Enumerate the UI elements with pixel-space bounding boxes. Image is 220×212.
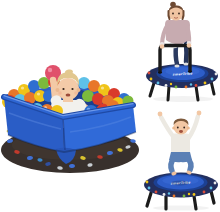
- rim-dot: [190, 83, 192, 85]
- rim-dot: [163, 193, 166, 196]
- floor-shadow: [153, 96, 213, 102]
- floor-shadow: [153, 205, 209, 210]
- rim-dot: [215, 73, 218, 76]
- boy-leg: [187, 158, 191, 170]
- toddler-eye: [71, 88, 73, 90]
- girl-hand: [187, 43, 192, 48]
- ball-highlight: [101, 86, 104, 89]
- boy-ear: [172, 126, 175, 129]
- rim-dot: [214, 182, 217, 185]
- girl-hair-side: [168, 11, 169, 19]
- rim-dot: [210, 187, 213, 190]
- handlebar-base: [188, 70, 192, 72]
- boy-hand: [197, 111, 202, 116]
- trampoline-leg: [147, 193, 151, 206]
- rim-dot: [150, 78, 153, 81]
- boy-ear: [187, 126, 190, 129]
- rim-dot: [175, 86, 178, 89]
- toddler-hand: [50, 77, 56, 83]
- ball-highlight: [48, 68, 52, 72]
- toddler-cheek: [58, 91, 62, 95]
- rim-dot: [165, 84, 168, 87]
- rim-dot: [203, 191, 206, 194]
- trampoline-leg: [168, 86, 169, 100]
- rim-dot: [185, 86, 188, 89]
- rim-dot: [148, 187, 151, 190]
- trampoline-leg: [211, 191, 214, 203]
- rim-dot: [188, 193, 190, 195]
- toddler-ear: [77, 88, 81, 92]
- boy-shirt: [171, 134, 190, 155]
- rim-dot: [146, 181, 149, 184]
- boy-hand: [158, 112, 163, 117]
- girl-sock: [183, 62, 188, 65]
- rim-dot: [204, 82, 207, 85]
- boy-figure: [158, 111, 202, 176]
- girl-shin: [176, 46, 177, 64]
- trampoline-leg: [150, 83, 154, 96]
- rim-dot: [183, 195, 186, 198]
- rim-dot: [155, 191, 158, 194]
- rim-dot: [195, 84, 198, 87]
- trampoline-leg: [194, 196, 196, 209]
- toddler-cheek: [74, 91, 78, 95]
- girl-hair-side: [183, 11, 184, 19]
- toddler-eye: [62, 88, 64, 90]
- girl-sock: [174, 64, 179, 67]
- boy-shadow-on-mat: [171, 180, 189, 185]
- scene-ball-pit: [1, 65, 139, 173]
- girl-eye: [178, 13, 180, 15]
- handlebar-base: [158, 71, 162, 73]
- rim-dot: [157, 82, 160, 85]
- girl-eye: [172, 13, 174, 15]
- toddler-ear: [56, 88, 60, 92]
- scene-handlebar-trampoline: smarTrike: [146, 2, 218, 102]
- boy-leg: [171, 158, 174, 171]
- boy-eye: [183, 127, 185, 129]
- girl-hair-bun: [170, 2, 176, 8]
- girl-hand: [160, 44, 165, 49]
- toddler-mouth: [66, 93, 71, 96]
- product-photo: smarTrike: [0, 0, 220, 212]
- trampoline-leg: [196, 86, 198, 100]
- toddler-head: [57, 78, 79, 100]
- rim-dot: [148, 72, 151, 75]
- scene-jumping-trampoline: smarTrike: [144, 111, 218, 211]
- boy-mouth: [179, 130, 183, 133]
- rim-dot: [193, 193, 196, 196]
- ball-highlight: [37, 92, 40, 95]
- ball-highlight: [21, 86, 24, 89]
- rim-dot: [211, 78, 214, 81]
- boy-eye: [177, 127, 179, 129]
- rim-dot: [168, 192, 170, 194]
- trampoline-leg: [211, 81, 214, 94]
- rim-dot: [173, 195, 176, 198]
- ball: [92, 93, 104, 105]
- rim-dot: [170, 83, 172, 85]
